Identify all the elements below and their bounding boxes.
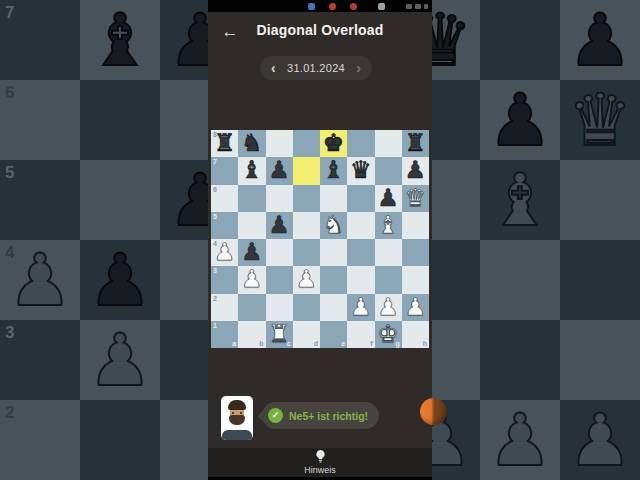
piece-black-king[interactable]: ♚ <box>320 130 347 157</box>
square-f3[interactable] <box>347 266 374 293</box>
square-a8[interactable]: 8♜ <box>211 130 238 157</box>
piece-black-bishop[interactable]: ♝ <box>238 157 265 184</box>
bg-piece-black-pawn: ♟ <box>80 240 160 320</box>
bg-rank-label-5: 5 <box>5 163 14 183</box>
bg-square-a7: 7 <box>0 0 80 80</box>
rank-label-8: 8 <box>213 131 217 138</box>
hint-label: Hinweis <box>304 465 336 475</box>
bg-piece-black-pawn: ♟ <box>560 0 640 80</box>
rank-label-1: 1 <box>213 322 217 329</box>
bg-square-b5 <box>80 160 160 240</box>
piece-black-pawn[interactable]: ♟ <box>375 185 402 212</box>
square-g6[interactable]: ♟ <box>375 185 402 212</box>
battery-icon <box>424 4 428 9</box>
screenshot-root: 8♜♞♚♜7♝♟♝♛♟6♟♛5♟♞♝4♟♟3♟♟2♟♟♟1♜♚ ← Diagon… <box>0 0 640 480</box>
file-label-h: h <box>423 340 427 347</box>
piece-black-bishop[interactable]: ♝ <box>320 157 347 184</box>
previous-date-button[interactable]: ‹ <box>271 57 276 79</box>
next-date-button[interactable]: › <box>356 57 361 79</box>
square-h5[interactable] <box>402 212 429 239</box>
bg-piece-white-queen: ♛ <box>560 80 640 160</box>
bg-square-h5 <box>560 160 640 240</box>
square-h6[interactable]: ♛ <box>402 185 429 212</box>
square-c7[interactable]: ♟ <box>266 157 293 184</box>
user-avatar[interactable] <box>221 396 253 440</box>
notification-icon-light <box>378 3 385 10</box>
bg-square-h3 <box>560 320 640 400</box>
bg-square-a2: 2 <box>0 400 80 480</box>
bg-piece-white-bishop: ♝ <box>480 160 560 240</box>
square-g2[interactable]: ♟ <box>375 294 402 321</box>
square-b1[interactable]: b <box>238 321 265 348</box>
square-f7[interactable]: ♛ <box>347 157 374 184</box>
square-c3[interactable] <box>266 266 293 293</box>
phone-screen: ← Diagonal Overload ‹ 31.01.2024 › 8♜♞♚♜… <box>208 0 432 480</box>
piece-white-queen[interactable]: ♛ <box>402 185 429 212</box>
avatar-eye <box>232 412 234 414</box>
square-d8[interactable] <box>293 130 320 157</box>
bg-square-g5: ♝ <box>480 160 560 240</box>
square-g3[interactable] <box>375 266 402 293</box>
square-d3[interactable]: ♟ <box>293 266 320 293</box>
feedback-bubble: ✓ Ne5+ ist richtig! <box>262 402 379 429</box>
hint-lightbulb-icon <box>313 449 328 464</box>
bg-piece-white-pawn: ♟ <box>80 320 160 400</box>
square-a1[interactable]: 1a <box>211 321 238 348</box>
square-c4[interactable] <box>266 239 293 266</box>
square-d7[interactable] <box>293 157 320 184</box>
bg-square-g3 <box>480 320 560 400</box>
avatar-eye <box>240 412 242 414</box>
bg-rank-label-4: 4 <box>5 243 14 263</box>
bg-square-a3: 3 <box>0 320 80 400</box>
square-f8[interactable] <box>347 130 374 157</box>
chess-board[interactable]: 8♜♞♚♜7♝♟♝♛♟6♟♛5♟♞♝4♟♟3♟♟2♟♟♟1abc♜defg♚h <box>211 130 429 348</box>
piece-black-pawn[interactable]: ♟ <box>238 239 265 266</box>
signal-icon <box>415 4 421 9</box>
square-a6[interactable]: 6 <box>211 185 238 212</box>
bg-square-g7 <box>480 0 560 80</box>
bg-rank-label-3: 3 <box>5 323 14 343</box>
page-title: Diagonal Overload <box>208 22 432 38</box>
piece-black-pawn[interactable]: ♟ <box>402 157 429 184</box>
bottom-toolbar: Hinweis <box>208 448 432 477</box>
square-h7[interactable]: ♟ <box>402 157 429 184</box>
piece-black-knight[interactable]: ♞ <box>238 130 265 157</box>
square-f6[interactable] <box>347 185 374 212</box>
square-c1[interactable]: c♜ <box>266 321 293 348</box>
avatar-shirt <box>222 430 252 440</box>
square-f4[interactable] <box>347 239 374 266</box>
bg-square-g4 <box>480 240 560 320</box>
piece-black-pawn[interactable]: ♟ <box>266 212 293 239</box>
piece-white-pawn[interactable]: ♟ <box>402 294 429 321</box>
square-c5[interactable]: ♟ <box>266 212 293 239</box>
square-e5[interactable]: ♞ <box>320 212 347 239</box>
square-b2[interactable] <box>238 294 265 321</box>
bg-square-g2: ♟ <box>480 400 560 480</box>
square-b8[interactable]: ♞ <box>238 130 265 157</box>
square-f1[interactable]: f <box>347 321 374 348</box>
square-a7[interactable]: 7 <box>211 157 238 184</box>
file-label-a: a <box>232 340 236 347</box>
square-a4[interactable]: 4♟ <box>211 239 238 266</box>
square-e2[interactable] <box>320 294 347 321</box>
square-e6[interactable] <box>320 185 347 212</box>
piece-white-pawn[interactable]: ♟ <box>238 266 265 293</box>
notification-icon-red <box>329 3 336 10</box>
square-a3[interactable]: 3 <box>211 266 238 293</box>
bg-square-h6: ♛ <box>560 80 640 160</box>
piece-white-pawn[interactable]: ♟ <box>293 266 320 293</box>
square-e3[interactable] <box>320 266 347 293</box>
square-d6[interactable] <box>293 185 320 212</box>
status-bar <box>208 0 432 12</box>
square-f2[interactable]: ♟ <box>347 294 374 321</box>
feedback-message: Ne5+ ist richtig! <box>289 410 368 422</box>
avatar-hair <box>228 400 246 410</box>
square-h2[interactable]: ♟ <box>402 294 429 321</box>
square-h1[interactable]: h <box>402 321 429 348</box>
square-d4[interactable] <box>293 239 320 266</box>
rank-label-7: 7 <box>213 158 217 165</box>
square-e8[interactable]: ♚ <box>320 130 347 157</box>
square-g8[interactable] <box>375 130 402 157</box>
square-g7[interactable] <box>375 157 402 184</box>
bg-square-a4: 4♟ <box>0 240 80 320</box>
square-b7[interactable]: ♝ <box>238 157 265 184</box>
piece-black-rook[interactable]: ♜ <box>402 130 429 157</box>
file-label-b: b <box>259 340 263 347</box>
rank-label-4: 4 <box>213 240 217 247</box>
square-h4[interactable] <box>402 239 429 266</box>
square-e1[interactable]: e <box>320 321 347 348</box>
bg-piece-black-bishop: ♝ <box>80 0 160 80</box>
bg-square-a6: 6 <box>0 80 80 160</box>
square-g5[interactable]: ♝ <box>375 212 402 239</box>
square-e4[interactable] <box>320 239 347 266</box>
file-label-f: f <box>370 340 372 347</box>
rank-label-3: 3 <box>213 267 217 274</box>
square-g1[interactable]: g♚ <box>375 321 402 348</box>
square-e7[interactable]: ♝ <box>320 157 347 184</box>
app-header: ← Diagonal Overload <box>208 12 432 52</box>
bg-square-b2 <box>80 400 160 480</box>
square-b3[interactable]: ♟ <box>238 266 265 293</box>
puzzle-date: 31.01.2024 <box>287 62 345 74</box>
wifi-icon <box>406 4 412 9</box>
rank-label-6: 6 <box>213 186 217 193</box>
square-a5[interactable]: 5 <box>211 212 238 239</box>
bg-rank-label-2: 2 <box>5 403 14 423</box>
square-h3[interactable] <box>402 266 429 293</box>
bg-square-g6: ♟ <box>480 80 560 160</box>
bg-piece-white-pawn: ♟ <box>480 400 560 480</box>
square-d1[interactable]: d <box>293 321 320 348</box>
piece-black-queen[interactable]: ♛ <box>347 157 374 184</box>
bg-square-h4 <box>560 240 640 320</box>
bg-square-b7: ♝ <box>80 0 160 80</box>
square-d5[interactable] <box>293 212 320 239</box>
piece-black-pawn[interactable]: ♟ <box>266 157 293 184</box>
file-label-g: g <box>395 340 399 347</box>
file-label-d: d <box>314 340 318 347</box>
date-navigator: ‹ 31.01.2024 › <box>260 56 372 80</box>
orange-floating-button[interactable] <box>420 398 447 425</box>
piece-white-pawn[interactable]: ♟ <box>347 294 374 321</box>
rank-label-2: 2 <box>213 295 217 302</box>
bg-square-a5: 5 <box>0 160 80 240</box>
hint-button[interactable]: Hinweis <box>280 448 360 477</box>
square-g4[interactable] <box>375 239 402 266</box>
notification-icon-red-2 <box>350 3 357 10</box>
piece-white-pawn[interactable]: ♟ <box>375 294 402 321</box>
square-c6[interactable] <box>266 185 293 212</box>
bg-square-h7: ♟ <box>560 0 640 80</box>
file-label-c: c <box>287 340 291 347</box>
bg-piece-white-pawn: ♟ <box>560 400 640 480</box>
rank-label-5: 5 <box>213 213 217 220</box>
bg-piece-black-pawn: ♟ <box>480 80 560 160</box>
piece-white-bishop[interactable]: ♝ <box>375 212 402 239</box>
bg-square-b4: ♟ <box>80 240 160 320</box>
square-a2[interactable]: 2 <box>211 294 238 321</box>
square-c8[interactable] <box>266 130 293 157</box>
square-d2[interactable] <box>293 294 320 321</box>
correct-check-icon: ✓ <box>268 408 283 423</box>
piece-white-knight[interactable]: ♞ <box>320 212 347 239</box>
square-b4[interactable]: ♟ <box>238 239 265 266</box>
square-f5[interactable] <box>347 212 374 239</box>
file-label-e: e <box>341 340 345 347</box>
square-c2[interactable] <box>266 294 293 321</box>
bg-rank-label-7: 7 <box>5 3 14 23</box>
notification-icon-blue <box>308 3 315 10</box>
avatar-beard <box>229 415 245 425</box>
bg-square-b3: ♟ <box>80 320 160 400</box>
bg-square-h2: ♟ <box>560 400 640 480</box>
bg-square-b6 <box>80 80 160 160</box>
bg-rank-label-6: 6 <box>5 83 14 103</box>
square-b5[interactable] <box>238 212 265 239</box>
square-b6[interactable] <box>238 185 265 212</box>
square-h8[interactable]: ♜ <box>402 130 429 157</box>
